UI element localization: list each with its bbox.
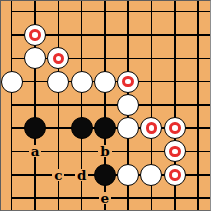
empty-intersection [140, 140, 163, 163]
empty-intersection [186, 117, 209, 140]
empty-intersection [93, 93, 116, 116]
empty-intersection [93, 47, 116, 70]
point-7-2: a [23, 140, 46, 163]
circle-marked-white-stone [24, 24, 46, 46]
point-6-2 [23, 117, 46, 140]
empty-intersection [70, 140, 93, 163]
empty-intersection [186, 0, 209, 23]
point-7-5: b [93, 140, 116, 163]
empty-intersection [47, 186, 70, 209]
point-8-8 [163, 163, 186, 186]
empty-intersection [93, 23, 116, 46]
empty-intersection [47, 117, 70, 140]
point-6-5 [93, 117, 116, 140]
empty-intersection [117, 140, 140, 163]
empty-intersection [0, 163, 23, 186]
empty-intersection [140, 47, 163, 70]
point-3-3 [47, 47, 70, 70]
empty-intersection [47, 0, 70, 23]
point-4-3 [47, 70, 70, 93]
empty-intersection [186, 140, 209, 163]
point-8-3: c [47, 163, 70, 186]
empty-intersection [163, 23, 186, 46]
point-label-a: a [29, 145, 42, 157]
point-label-e: e [99, 192, 112, 204]
empty-intersection [47, 23, 70, 46]
empty-intersection [117, 47, 140, 70]
circle-marked-white-stone [164, 140, 186, 162]
point-9-5: e [93, 186, 116, 209]
white-stone [47, 71, 69, 93]
empty-intersection [140, 93, 163, 116]
empty-intersection [70, 23, 93, 46]
point-6-8 [163, 117, 186, 140]
circle-mark-icon [122, 76, 134, 88]
empty-intersection [117, 23, 140, 46]
circle-mark-icon [169, 169, 181, 181]
circle-marked-white-stone [164, 117, 186, 139]
white-stone [94, 71, 116, 93]
empty-intersection [23, 163, 46, 186]
empty-intersection [23, 70, 46, 93]
empty-intersection [93, 0, 116, 23]
black-stone [94, 164, 116, 186]
empty-intersection [0, 93, 23, 116]
white-stone [24, 47, 46, 69]
empty-intersection [23, 0, 46, 23]
white-stone [117, 164, 139, 186]
point-7-8 [163, 140, 186, 163]
point-label-c: c [52, 169, 64, 181]
empty-intersection [186, 23, 209, 46]
point-8-4: d [70, 163, 93, 186]
circle-marked-white-stone [47, 47, 69, 69]
go-board-diagram: abcde [0, 0, 211, 211]
black-stone [71, 117, 93, 139]
point-8-5 [93, 163, 116, 186]
empty-intersection [186, 47, 209, 70]
point-label-b: b [98, 145, 111, 157]
empty-intersection [140, 0, 163, 23]
circle-mark-icon [29, 29, 41, 41]
empty-intersection [186, 163, 209, 186]
empty-intersection [163, 0, 186, 23]
black-stone [94, 117, 116, 139]
circle-marked-white-stone [164, 164, 186, 186]
empty-intersection [0, 140, 23, 163]
empty-intersection [0, 117, 23, 140]
point-8-6 [117, 163, 140, 186]
point-4-1 [0, 70, 23, 93]
white-stone [140, 164, 162, 186]
circle-mark-icon [146, 122, 158, 134]
empty-intersection [23, 93, 46, 116]
white-stone [117, 94, 139, 116]
empty-intersection [0, 0, 23, 23]
circle-marked-white-stone [117, 71, 139, 93]
empty-intersection [140, 23, 163, 46]
circle-mark-icon [169, 146, 181, 158]
point-4-6 [117, 70, 140, 93]
empty-intersection [163, 70, 186, 93]
empty-intersection [163, 93, 186, 116]
black-stone [24, 117, 46, 139]
empty-intersection [0, 186, 23, 209]
empty-intersection [117, 0, 140, 23]
white-stone [1, 71, 23, 93]
empty-intersection [47, 140, 70, 163]
empty-intersection [70, 0, 93, 23]
empty-intersection [117, 186, 140, 209]
empty-intersection [70, 186, 93, 209]
circle-mark-icon [53, 53, 65, 65]
point-4-5 [93, 70, 116, 93]
white-stone [71, 71, 93, 93]
point-3-2 [23, 47, 46, 70]
empty-intersection [0, 23, 23, 46]
point-6-6 [117, 117, 140, 140]
empty-intersection [186, 70, 209, 93]
board-grid: abcde [0, 0, 210, 210]
point-8-7 [140, 163, 163, 186]
point-6-7 [140, 117, 163, 140]
point-label-d: d [75, 169, 88, 181]
empty-intersection [163, 186, 186, 209]
white-stone [117, 117, 139, 139]
empty-intersection [70, 93, 93, 116]
empty-intersection [70, 47, 93, 70]
circle-mark-icon [169, 122, 181, 134]
empty-intersection [163, 47, 186, 70]
empty-intersection [140, 70, 163, 93]
empty-intersection [47, 93, 70, 116]
point-6-4 [70, 117, 93, 140]
point-4-4 [70, 70, 93, 93]
circle-marked-white-stone [140, 117, 162, 139]
empty-intersection [23, 186, 46, 209]
point-2-2 [23, 23, 46, 46]
empty-intersection [186, 93, 209, 116]
empty-intersection [0, 47, 23, 70]
point-5-6 [117, 93, 140, 116]
empty-intersection [186, 186, 209, 209]
empty-intersection [140, 186, 163, 209]
